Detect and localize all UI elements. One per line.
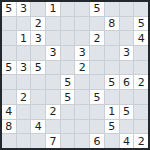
cell-r5c8[interactable] bbox=[105, 61, 119, 75]
cell-r7c3[interactable] bbox=[31, 90, 45, 104]
cell-r8c9: 5 bbox=[120, 105, 134, 119]
cell-r10c8[interactable] bbox=[105, 134, 119, 148]
cell-r7c9[interactable] bbox=[120, 90, 134, 104]
cell-r6c6[interactable] bbox=[75, 75, 89, 89]
cell-r9c9[interactable] bbox=[120, 120, 134, 134]
cell-r9c7[interactable] bbox=[90, 120, 104, 134]
cell-r10c10: 2 bbox=[134, 134, 148, 148]
cell-r3c6[interactable] bbox=[75, 31, 89, 45]
cell-r1c3[interactable] bbox=[31, 2, 45, 16]
cell-r2c8: 8 bbox=[105, 17, 119, 31]
cell-r10c3[interactable] bbox=[31, 134, 45, 148]
cell-r4c9: 3 bbox=[120, 46, 134, 60]
cell-r9c5[interactable] bbox=[61, 120, 75, 134]
cell-r6c8: 5 bbox=[105, 75, 119, 89]
cell-r7c5: 5 bbox=[61, 90, 75, 104]
cell-r6c5: 5 bbox=[61, 75, 75, 89]
cell-r2c5[interactable] bbox=[61, 17, 75, 31]
cell-r10c4: 7 bbox=[46, 134, 60, 148]
cell-r8c1: 4 bbox=[2, 105, 16, 119]
cell-r2c6[interactable] bbox=[75, 17, 89, 31]
cell-r4c5[interactable] bbox=[61, 46, 75, 60]
cell-r6c9: 6 bbox=[120, 75, 134, 89]
cell-r1c5[interactable] bbox=[61, 2, 75, 16]
cell-r5c1: 5 bbox=[2, 61, 16, 75]
cell-r4c6: 3 bbox=[75, 46, 89, 60]
cell-r3c2: 1 bbox=[17, 31, 31, 45]
cell-r8c2[interactable] bbox=[17, 105, 31, 119]
cell-r7c2: 2 bbox=[17, 90, 31, 104]
cell-r1c8[interactable] bbox=[105, 2, 119, 16]
cell-r9c8: 5 bbox=[105, 120, 119, 134]
cell-r1c7: 5 bbox=[90, 2, 104, 16]
cell-r9c3: 4 bbox=[31, 120, 45, 134]
cell-r5c6: 2 bbox=[75, 61, 89, 75]
cell-r8c6[interactable] bbox=[75, 105, 89, 119]
cell-r4c10[interactable] bbox=[134, 46, 148, 60]
cell-r8c3[interactable] bbox=[31, 105, 45, 119]
cell-r10c6[interactable] bbox=[75, 134, 89, 148]
cell-r6c2[interactable] bbox=[17, 75, 31, 89]
cell-r2c9[interactable] bbox=[120, 17, 134, 31]
cell-r9c1: 8 bbox=[2, 120, 16, 134]
cell-r2c7[interactable] bbox=[90, 17, 104, 31]
cell-r5c2: 3 bbox=[17, 61, 31, 75]
cell-r6c3[interactable] bbox=[31, 75, 45, 89]
cell-r6c7[interactable] bbox=[90, 75, 104, 89]
cell-r7c6[interactable] bbox=[75, 90, 89, 104]
cell-r1c1: 5 bbox=[2, 2, 16, 16]
puzzle-grid: 531528513243335352556225542158457642 bbox=[2, 2, 148, 148]
cell-r6c1[interactable] bbox=[2, 75, 16, 89]
cell-r2c4[interactable] bbox=[46, 17, 60, 31]
cell-r7c10[interactable] bbox=[134, 90, 148, 104]
cell-r8c4: 2 bbox=[46, 105, 60, 119]
cell-r2c2[interactable] bbox=[17, 17, 31, 31]
puzzle-board: 531528513243335352556225542158457642 bbox=[0, 0, 150, 150]
cell-r7c1[interactable] bbox=[2, 90, 16, 104]
cell-r7c4[interactable] bbox=[46, 90, 60, 104]
cell-r1c6[interactable] bbox=[75, 2, 89, 16]
cell-r2c3: 2 bbox=[31, 17, 45, 31]
cell-r9c4[interactable] bbox=[46, 120, 60, 134]
cell-r8c5[interactable] bbox=[61, 105, 75, 119]
cell-r3c7: 2 bbox=[90, 31, 104, 45]
cell-r3c5[interactable] bbox=[61, 31, 75, 45]
cell-r4c4: 3 bbox=[46, 46, 60, 60]
cell-r10c9: 4 bbox=[120, 134, 134, 148]
cell-r8c7[interactable] bbox=[90, 105, 104, 119]
cell-r7c7: 5 bbox=[90, 90, 104, 104]
cell-r10c1[interactable] bbox=[2, 134, 16, 148]
cell-r10c5[interactable] bbox=[61, 134, 75, 148]
cell-r3c4[interactable] bbox=[46, 31, 60, 45]
cell-r1c10[interactable] bbox=[134, 2, 148, 16]
cell-r1c2: 3 bbox=[17, 2, 31, 16]
cell-r9c10[interactable] bbox=[134, 120, 148, 134]
cell-r3c3: 3 bbox=[31, 31, 45, 45]
cell-r4c8[interactable] bbox=[105, 46, 119, 60]
cell-r6c10: 2 bbox=[134, 75, 148, 89]
cell-r3c8[interactable] bbox=[105, 31, 119, 45]
cell-r1c9[interactable] bbox=[120, 2, 134, 16]
cell-r5c4[interactable] bbox=[46, 61, 60, 75]
cell-r2c10: 5 bbox=[134, 17, 148, 31]
cell-r5c3: 5 bbox=[31, 61, 45, 75]
cell-r2c1[interactable] bbox=[2, 17, 16, 31]
cell-r6c4[interactable] bbox=[46, 75, 60, 89]
cell-r3c1[interactable] bbox=[2, 31, 16, 45]
cell-r5c9[interactable] bbox=[120, 61, 134, 75]
cell-r4c2[interactable] bbox=[17, 46, 31, 60]
cell-r10c2[interactable] bbox=[17, 134, 31, 148]
cell-r7c8[interactable] bbox=[105, 90, 119, 104]
cell-r9c6[interactable] bbox=[75, 120, 89, 134]
cell-r4c3[interactable] bbox=[31, 46, 45, 60]
cell-r10c7: 6 bbox=[90, 134, 104, 148]
cell-r4c1[interactable] bbox=[2, 46, 16, 60]
cell-r5c7[interactable] bbox=[90, 61, 104, 75]
cell-r8c10[interactable] bbox=[134, 105, 148, 119]
cell-r3c9[interactable] bbox=[120, 31, 134, 45]
cell-r5c10[interactable] bbox=[134, 61, 148, 75]
cell-r5c5[interactable] bbox=[61, 61, 75, 75]
cell-r9c2[interactable] bbox=[17, 120, 31, 134]
cell-r3c10: 4 bbox=[134, 31, 148, 45]
cell-r4c7[interactable] bbox=[90, 46, 104, 60]
cell-r1c4: 1 bbox=[46, 2, 60, 16]
cell-r8c8: 1 bbox=[105, 105, 119, 119]
